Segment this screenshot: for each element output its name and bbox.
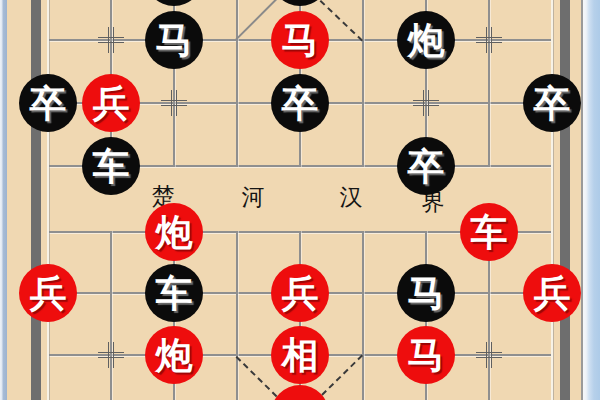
point-marker (476, 27, 502, 53)
point-marker (98, 342, 124, 368)
black-chariot[interactable]: 车 (145, 264, 203, 322)
black-soldier[interactable]: 卒 (523, 74, 581, 132)
red-soldier[interactable]: 兵 (523, 264, 581, 322)
window-left-edge (0, 0, 7, 400)
file-line (236, 0, 238, 167)
black-soldier[interactable]: 卒 (19, 74, 77, 132)
black-soldier[interactable]: 卒 (271, 74, 329, 132)
file-line (488, 0, 490, 167)
black-horse[interactable]: 马 (397, 264, 455, 322)
red-horse[interactable]: 马 (397, 326, 455, 384)
red-piece-cut-off-bottom[interactable] (271, 385, 329, 400)
red-soldier[interactable]: 兵 (82, 74, 140, 132)
black-chariot[interactable]: 车 (82, 137, 140, 195)
point-marker (476, 342, 502, 368)
board-left-frame-bar (31, 0, 41, 400)
file-line-outer (47, 0, 49, 400)
red-elephant[interactable]: 相 (271, 326, 329, 384)
board-right-frame-bar (560, 0, 570, 400)
point-marker (413, 90, 439, 116)
red-chariot[interactable]: 车 (460, 203, 518, 261)
red-soldier[interactable]: 兵 (19, 264, 77, 322)
file-line (362, 0, 364, 167)
red-soldier[interactable]: 兵 (271, 264, 329, 322)
river-char-han: 汉 (340, 182, 363, 213)
point-marker (161, 90, 187, 116)
red-cannon[interactable]: 炮 (145, 203, 203, 261)
black-soldier[interactable]: 卒 (397, 137, 455, 195)
river-char-he: 河 (242, 182, 265, 213)
file-line (236, 231, 238, 400)
black-cannon[interactable]: 炮 (397, 11, 455, 69)
window-right-edge (583, 0, 600, 400)
file-line (110, 231, 112, 400)
file-line (362, 231, 364, 400)
black-horse[interactable]: 马 (145, 11, 203, 69)
red-cannon[interactable]: 炮 (145, 326, 203, 384)
black-piece-cut-off-top[interactable] (145, 0, 203, 6)
point-marker (98, 27, 124, 53)
file-line-outer (551, 0, 553, 400)
xiangqi-board: 楚 河 汉 界 马马炮卒兵卒卒车卒炮车兵车兵马兵炮相马 (0, 0, 600, 400)
red-horse[interactable]: 马 (271, 11, 329, 69)
